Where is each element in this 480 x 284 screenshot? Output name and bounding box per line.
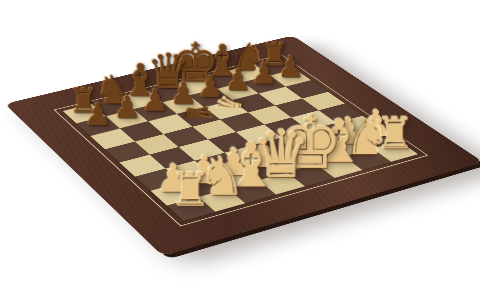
chess-set-photo: ♜♞♝♛♚♝♞♜♟♟♟♟♟♟♟♟♛♛♟♟♟♟♟♟♟♟♜♞♝♛♚♝♞♜ <box>0 0 480 284</box>
black-pawn[interactable]: ♟ <box>251 58 278 88</box>
white-rook[interactable]: ♜ <box>170 167 211 213</box>
black-pawn[interactable]: ♟ <box>113 92 141 123</box>
chess-board: ♜♞♝♛♚♝♞♜♟♟♟♟♟♟♟♟♛♛♟♟♟♟♟♟♟♟♜♞♝♛♚♝♞♜ <box>5 36 480 257</box>
black-pawn[interactable]: ♟ <box>84 99 112 130</box>
black-pawn[interactable]: ♟ <box>141 85 168 116</box>
black-pawn[interactable]: ♟ <box>224 65 251 95</box>
black-pawn[interactable]: ♟ <box>277 52 303 81</box>
playing-field-grid: ♜♞♝♛♚♝♞♜♟♟♟♟♟♟♟♟♛♛♟♟♟♟♟♟♟♟♜♞♝♛♚♝♞♜ <box>61 58 419 222</box>
square-a1[interactable]: ♜ <box>167 197 215 221</box>
